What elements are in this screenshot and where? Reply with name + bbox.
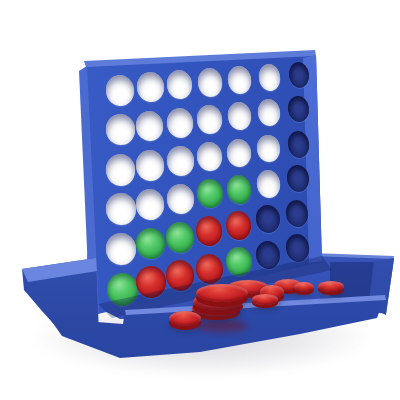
tray-red-disc-2[interactable] xyxy=(294,282,314,292)
tray-red-disc-6[interactable] xyxy=(252,294,278,305)
disc-reflection xyxy=(196,320,248,332)
tray-red-disc-10[interactable] xyxy=(169,311,201,326)
tray-red-disc-9[interactable] xyxy=(196,284,248,302)
connect-four-scene xyxy=(0,0,400,400)
tray-red-disc-3[interactable] xyxy=(318,281,344,292)
